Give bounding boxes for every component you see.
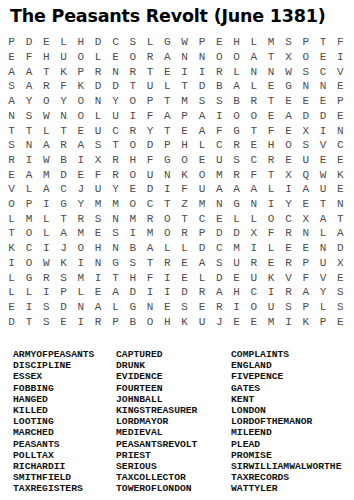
word-item: PROMISE	[231, 450, 341, 461]
grid-cell-p11: L	[262, 182, 279, 197]
grid-cell-m12: N	[211, 197, 228, 212]
word-item: EVIDENCE	[116, 371, 197, 382]
grid-cell-e8: A	[72, 138, 89, 153]
grid-cell-n19: I	[228, 300, 245, 315]
grid-cell-e12: Y	[72, 197, 89, 212]
grid-cell-j9: G	[159, 153, 176, 168]
grid-cell-m3: R	[211, 64, 228, 79]
word-item: LORDOFTHEMANOR	[231, 416, 341, 427]
grid-cell-h11: E	[124, 182, 141, 197]
grid-cell-n13: L	[228, 211, 245, 226]
word-list: ARMYOFPEASANTSDISCIPLINEESSEXFOBBINGHANG…	[0, 349, 354, 497]
grid-cell-g3: N	[107, 64, 124, 79]
grid-cell-k20: K	[176, 314, 193, 329]
grid-cell-o10: F	[245, 167, 262, 182]
grid-cell-i3: T	[141, 64, 158, 79]
grid-cell-p19: U	[262, 300, 279, 315]
grid-cell-n12: G	[228, 197, 245, 212]
grid-cell-p6: E	[262, 108, 279, 123]
grid-cell-r4: N	[297, 79, 314, 94]
grid-cell-q5: E	[280, 94, 297, 109]
word-item: DISCIPLINE	[13, 360, 94, 371]
grid-cell-t19: S	[332, 300, 349, 315]
grid-cell-r2: O	[297, 50, 314, 65]
grid-cell-q2: X	[280, 50, 297, 65]
grid-cell-o19: O	[245, 300, 262, 315]
grid-cell-q1: S	[280, 35, 297, 50]
grid-cell-b15: C	[20, 241, 37, 256]
grid-cell-n11: A	[228, 182, 245, 197]
grid-cell-a9: R	[3, 153, 20, 168]
grid-cell-d19: D	[55, 300, 72, 315]
grid-cell-d14: A	[55, 226, 72, 241]
grid-cell-g12: M	[107, 197, 124, 212]
grid-cell-e5: O	[72, 94, 89, 109]
grid-cell-o7: T	[245, 123, 262, 138]
grid-cell-d9: B	[55, 153, 72, 168]
grid-cell-p7: F	[262, 123, 279, 138]
grid-cell-i5: P	[141, 94, 158, 109]
grid-cell-q13: C	[280, 211, 297, 226]
grid-cell-h13: M	[124, 211, 141, 226]
grid-cell-b12: P	[20, 197, 37, 212]
grid-cell-m11: A	[211, 182, 228, 197]
word-item: MILEEND	[231, 427, 341, 438]
grid-cell-l12: M	[193, 197, 210, 212]
grid-cell-c11: A	[38, 182, 55, 197]
grid-cell-b1: D	[20, 35, 37, 50]
word-item: SERIOUS	[116, 461, 197, 472]
grid-cell-m19: R	[211, 300, 228, 315]
grid-cell-m2: O	[211, 50, 228, 65]
grid-cell-h19: G	[124, 300, 141, 315]
grid-cell-a1: P	[3, 35, 20, 50]
grid-cell-p12: I	[262, 197, 279, 212]
grid-cell-m5: S	[211, 94, 228, 109]
word-item: CAPTURED	[116, 349, 197, 360]
grid-cell-c9: W	[38, 153, 55, 168]
grid-cell-q19: S	[280, 300, 297, 315]
grid-cell-k6: P	[176, 108, 193, 123]
grid-cell-c4: R	[38, 79, 55, 94]
grid-cell-e7: E	[72, 123, 89, 138]
grid-cell-d12: G	[55, 197, 72, 212]
grid-cell-n14: D	[228, 226, 245, 241]
grid-cell-l6: A	[193, 108, 210, 123]
grid-cell-j14: O	[159, 226, 176, 241]
grid-cell-b10: A	[20, 167, 37, 182]
grid-cell-k4: T	[176, 79, 193, 94]
grid-cell-g17: T	[107, 270, 124, 285]
grid-cell-o1: L	[245, 35, 262, 50]
grid-cell-e4: K	[72, 79, 89, 94]
grid-cell-k8: H	[176, 138, 193, 153]
word-item: LORDMAYOR	[116, 416, 197, 427]
grid-cell-g2: E	[107, 50, 124, 65]
grid-cell-b4: A	[20, 79, 37, 94]
grid-cell-c17: R	[38, 270, 55, 285]
grid-cell-i8: D	[141, 138, 158, 153]
grid-cell-i11: D	[141, 182, 158, 197]
grid-cell-b16: O	[20, 255, 37, 270]
grid-cell-a8: S	[3, 138, 20, 153]
grid-cell-c16: W	[38, 255, 55, 270]
grid-cell-b7: T	[20, 123, 37, 138]
grid-cell-e16: I	[72, 255, 89, 270]
grid-cell-m16: S	[211, 255, 228, 270]
grid-cell-h6: I	[124, 108, 141, 123]
grid-cell-t16: X	[332, 255, 349, 270]
grid-cell-a16: I	[3, 255, 20, 270]
grid-cell-s1: T	[314, 35, 331, 50]
word-item: LONDON	[231, 405, 341, 416]
grid-cell-i1: L	[141, 35, 158, 50]
grid-cell-p15: L	[262, 241, 279, 256]
grid-cell-g11: Y	[107, 182, 124, 197]
word-item: TOWEROFLONDON	[116, 483, 197, 494]
grid-cell-t15: D	[332, 241, 349, 256]
grid-cell-m20: J	[211, 314, 228, 329]
grid-cell-s20: P	[314, 314, 331, 329]
grid-cell-s10: W	[314, 167, 331, 182]
grid-cell-r13: X	[297, 211, 314, 226]
grid-cell-h15: B	[124, 241, 141, 256]
grid-cell-r11: A	[297, 182, 314, 197]
grid-cell-d18: P	[55, 285, 72, 300]
grid-cell-b3: A	[20, 64, 37, 79]
grid-cell-t7: N	[332, 123, 349, 138]
word-item: PEASANTSREVOLT	[116, 439, 197, 450]
grid-cell-m4: B	[211, 79, 228, 94]
grid-cell-g18: A	[107, 285, 124, 300]
grid-cell-s19: L	[314, 300, 331, 315]
grid-cell-j3: E	[159, 64, 176, 79]
word-item: PEASANTS	[13, 439, 94, 450]
word-item: TAXCOLLECTOR	[116, 472, 197, 483]
grid-cell-n18: H	[228, 285, 245, 300]
grid-cell-a5: A	[3, 94, 20, 109]
word-item: TAXREGISTERS	[13, 483, 94, 494]
grid-cell-d16: K	[55, 255, 72, 270]
grid-cell-d13: T	[55, 211, 72, 226]
grid-cell-i19: N	[141, 300, 158, 315]
word-item: GATES	[231, 383, 341, 394]
grid-cell-c6: W	[38, 108, 55, 123]
grid-cell-n2: O	[228, 50, 245, 65]
grid-cell-k9: O	[176, 153, 193, 168]
grid-cell-s17: V	[314, 270, 331, 285]
grid-cell-g15: N	[107, 241, 124, 256]
grid-cell-k14: R	[176, 226, 193, 241]
grid-cell-g20: P	[107, 314, 124, 329]
grid-cell-r8: S	[297, 138, 314, 153]
grid-cell-k7: E	[176, 123, 193, 138]
grid-cell-d15: J	[55, 241, 72, 256]
grid-cell-r17: F	[297, 270, 314, 285]
grid-cell-c15: I	[38, 241, 55, 256]
grid-cell-c12: I	[38, 197, 55, 212]
grid-cell-l16: A	[193, 255, 210, 270]
grid-cell-g14: S	[107, 226, 124, 241]
grid-cell-o14: X	[245, 226, 262, 241]
grid-cell-t12: N	[332, 197, 349, 212]
grid-cell-j13: O	[159, 211, 176, 226]
grid-cell-t17: E	[332, 270, 349, 285]
grid-cell-d11: C	[55, 182, 72, 197]
grid-cell-o4: L	[245, 79, 262, 94]
grid-cell-j1: G	[159, 35, 176, 50]
grid-cell-g5: Y	[107, 94, 124, 109]
grid-cell-b5: Y	[20, 94, 37, 109]
grid-cell-a2: E	[3, 50, 20, 65]
grid-cell-o5: R	[245, 94, 262, 109]
grid-cell-o16: R	[245, 255, 262, 270]
grid-cell-i4: U	[141, 79, 158, 94]
grid-cell-e19: N	[72, 300, 89, 315]
grid-cell-m14: D	[211, 226, 228, 241]
grid-cell-e20: I	[72, 314, 89, 329]
grid-cell-a11: V	[3, 182, 20, 197]
grid-cell-p10: T	[262, 167, 279, 182]
grid-cell-d2: U	[55, 50, 72, 65]
grid-cell-r9: U	[297, 153, 314, 168]
grid-cell-t5: P	[332, 94, 349, 109]
word-item: ENGLAND	[231, 360, 341, 371]
grid-cell-t4: E	[332, 79, 349, 94]
grid-cell-l1: P	[193, 35, 210, 50]
grid-cell-s12: T	[314, 197, 331, 212]
page-title: The Peasants Revolt (June 1381)	[10, 6, 326, 26]
grid-cell-k10: K	[176, 167, 193, 182]
grid-cell-f4: D	[89, 79, 106, 94]
grid-cell-f17: I	[89, 270, 106, 285]
grid-cell-a10: E	[3, 167, 20, 182]
grid-cell-s5: E	[314, 94, 331, 109]
grid-cell-i16: T	[141, 255, 158, 270]
grid-cell-p13: O	[262, 211, 279, 226]
grid-cell-q3: W	[280, 64, 297, 79]
grid-cell-i15: A	[141, 241, 158, 256]
grid-cell-s9: E	[314, 153, 331, 168]
grid-cell-r14: N	[297, 226, 314, 241]
grid-cell-l17: L	[193, 270, 210, 285]
grid-cell-h4: T	[124, 79, 141, 94]
grid-cell-f20: R	[89, 314, 106, 329]
grid-cell-k16: E	[176, 255, 193, 270]
grid-cell-a20: D	[3, 314, 20, 329]
grid-cell-h14: I	[124, 226, 141, 241]
grid-cell-r6: D	[297, 108, 314, 123]
word-list-column: ARMYOFPEASANTSDISCIPLINEESSEXFOBBINGHANG…	[13, 349, 94, 495]
grid-cell-q16: R	[280, 255, 297, 270]
grid-cell-q18: R	[280, 285, 297, 300]
grid-cell-h17: H	[124, 270, 141, 285]
grid-cell-h10: O	[124, 167, 141, 182]
grid-cell-s7: I	[314, 123, 331, 138]
word-list-column: COMPLAINTSENGLANDFIVEPENCEGATESKENTLONDO…	[231, 349, 341, 495]
grid-cell-f14: E	[89, 226, 106, 241]
grid-cell-n15: M	[228, 241, 245, 256]
grid-cell-l9: E	[193, 153, 210, 168]
grid-cell-s14: L	[314, 226, 331, 241]
grid-cell-p9: R	[262, 153, 279, 168]
grid-cell-h7: R	[124, 123, 141, 138]
grid-cell-b19: I	[20, 300, 37, 315]
grid-cell-i10: U	[141, 167, 158, 182]
grid-cell-p14: F	[262, 226, 279, 241]
grid-cell-m7: F	[211, 123, 228, 138]
grid-cell-g13: N	[107, 211, 124, 226]
grid-cell-i20: O	[141, 314, 158, 329]
grid-cell-d10: D	[55, 167, 72, 182]
grid-cell-q20: I	[280, 314, 297, 329]
word-item: TAXRECORDS	[231, 472, 341, 483]
grid-cell-l10: O	[193, 167, 210, 182]
grid-cell-j10: N	[159, 167, 176, 182]
grid-cell-n8: R	[228, 138, 245, 153]
grid-cell-l2: N	[193, 50, 210, 65]
word-item: PLEAD	[231, 439, 341, 450]
grid-cell-a18: L	[3, 285, 20, 300]
word-list-column: CAPTUREDDRUNKEVIDENCEFOURTEENJOHNBALLKIN…	[116, 349, 197, 495]
word-item: WATTYLER	[231, 483, 341, 494]
grid-cell-f15: H	[89, 241, 106, 256]
grid-cell-q12: Y	[280, 197, 297, 212]
grid-cell-l15: D	[193, 241, 210, 256]
word-item: FIVEPENCE	[231, 371, 341, 382]
grid-cell-f6: L	[89, 108, 106, 123]
grid-cell-r1: P	[297, 35, 314, 50]
grid-cell-h16: S	[124, 255, 141, 270]
word-item: HANGED	[13, 394, 94, 405]
grid-cell-n9: S	[228, 153, 245, 168]
grid-cell-a19: E	[3, 300, 20, 315]
grid-cell-j17: I	[159, 270, 176, 285]
grid-cell-t11: E	[332, 182, 349, 197]
grid-cell-p4: E	[262, 79, 279, 94]
grid-cell-h2: O	[124, 50, 141, 65]
word-item: DRUNK	[116, 360, 197, 371]
grid-cell-a15: K	[3, 241, 20, 256]
grid-cell-d17: S	[55, 270, 72, 285]
grid-cell-n17: E	[228, 270, 245, 285]
grid-cell-r7: X	[297, 123, 314, 138]
grid-cell-s11: U	[314, 182, 331, 197]
grid-cell-o2: A	[245, 50, 262, 65]
grid-cell-s8: V	[314, 138, 331, 153]
grid-cell-a3: A	[3, 64, 20, 79]
grid-cell-j20: H	[159, 314, 176, 329]
grid-cell-p18: I	[262, 285, 279, 300]
grid-cell-l18: R	[193, 285, 210, 300]
grid-cell-g19: L	[107, 300, 124, 315]
grid-cell-m6: I	[211, 108, 228, 123]
grid-cell-r3: S	[297, 64, 314, 79]
grid-cell-c13: L	[38, 211, 55, 226]
grid-cell-k1: W	[176, 35, 193, 50]
grid-cell-r20: K	[297, 314, 314, 329]
grid-cell-c14: L	[38, 226, 55, 241]
word-item: ARMYOFPEASANTS	[13, 349, 94, 360]
grid-cell-d6: N	[55, 108, 72, 123]
grid-cell-r10: Q	[297, 167, 314, 182]
grid-cell-n16: U	[228, 255, 245, 270]
grid-cell-j8: P	[159, 138, 176, 153]
grid-cell-r15: E	[297, 241, 314, 256]
grid-cell-s2: E	[314, 50, 331, 65]
word-item: LOOTING	[13, 416, 94, 427]
word-item: RICHARDII	[13, 461, 94, 472]
grid-cell-c18: I	[38, 285, 55, 300]
grid-cell-b8: N	[20, 138, 37, 153]
grid-cell-b2: F	[20, 50, 37, 65]
grid-cell-t14: A	[332, 226, 349, 241]
grid-cell-g9: R	[107, 153, 124, 168]
grid-cell-m10: M	[211, 167, 228, 182]
grid-cell-q15: E	[280, 241, 297, 256]
grid-cell-t13: T	[332, 211, 349, 226]
grid-cell-g7: C	[107, 123, 124, 138]
grid-cell-o20: E	[245, 314, 262, 329]
grid-cell-o3: N	[245, 64, 262, 79]
grid-cell-l11: U	[193, 182, 210, 197]
grid-cell-t2: I	[332, 50, 349, 65]
grid-cell-q8: O	[280, 138, 297, 153]
grid-cell-h5: O	[124, 94, 141, 109]
grid-cell-a4: S	[3, 79, 20, 94]
grid-cell-l7: A	[193, 123, 210, 138]
grid-cell-r12: E	[297, 197, 314, 212]
grid-cell-t3: V	[332, 64, 349, 79]
grid-cell-e15: O	[72, 241, 89, 256]
grid-cell-i9: F	[141, 153, 158, 168]
word-item: ESSEX	[13, 371, 94, 382]
grid-cell-t9: E	[332, 153, 349, 168]
grid-cell-b13: M	[20, 211, 37, 226]
word-item: SMITHFIELD	[13, 472, 94, 483]
grid-cell-h20: B	[124, 314, 141, 329]
grid-cell-s16: U	[314, 255, 331, 270]
grid-cell-q11: I	[280, 182, 297, 197]
grid-cell-j12: T	[159, 197, 176, 212]
grid-cell-i17: F	[141, 270, 158, 285]
grid-cell-m9: U	[211, 153, 228, 168]
grid-cell-o17: U	[245, 270, 262, 285]
grid-cell-k12: Z	[176, 197, 193, 212]
grid-cell-a12: O	[3, 197, 20, 212]
grid-cell-a7: T	[3, 123, 20, 138]
word-item: POLLTAX	[13, 450, 94, 461]
grid-cell-o9: C	[245, 153, 262, 168]
grid-cell-k5: M	[176, 94, 193, 109]
grid-cell-o13: L	[245, 211, 262, 226]
grid-cell-e9: I	[72, 153, 89, 168]
grid-cell-k2: N	[176, 50, 193, 65]
word-item: KINGSTREASURER	[116, 405, 197, 416]
grid-cell-e17: M	[72, 270, 89, 285]
grid-cell-o6: O	[245, 108, 262, 123]
word-item: KENT	[231, 394, 341, 405]
grid-cell-i18: I	[141, 285, 158, 300]
grid-cell-n4: A	[228, 79, 245, 94]
grid-cell-o8: E	[245, 138, 262, 153]
grid-cell-i6: F	[141, 108, 158, 123]
grid-cell-g16: G	[107, 255, 124, 270]
grid-cell-b11: L	[20, 182, 37, 197]
grid-cell-f11: U	[89, 182, 106, 197]
grid-cell-l13: C	[193, 211, 210, 226]
grid-cell-f9: X	[89, 153, 106, 168]
